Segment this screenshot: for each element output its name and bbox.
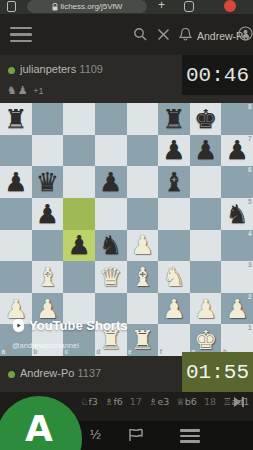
square-e8[interactable] (127, 103, 159, 135)
black-rook-f8[interactable]: ♜ (162, 106, 185, 132)
new-tab-icon[interactable]: + (158, 0, 165, 12)
white-queen-d3[interactable]: ♛ (99, 264, 122, 290)
move[interactable]: ♗e3 (149, 396, 169, 407)
move[interactable]: ♘f3 (80, 396, 98, 407)
file-label-e: e (128, 349, 132, 356)
black-pawn-a6[interactable]: ♟ (4, 169, 27, 195)
black-pawn-h7[interactable]: ♟ (226, 137, 249, 163)
white-bishop-b3[interactable]: ♝ (36, 264, 59, 290)
black-pawn-f7[interactable]: ♟ (162, 137, 185, 163)
black-queen-b6[interactable]: ♛ (36, 169, 59, 195)
square-a6[interactable]: ♟ (0, 166, 32, 198)
white-bishop-e3[interactable]: ♝ (131, 264, 154, 290)
square-f7[interactable]: ♟ (158, 135, 190, 167)
square-e5[interactable] (127, 198, 159, 230)
square-b4[interactable] (32, 230, 64, 262)
square-f8[interactable]: ♜ (158, 103, 190, 135)
move[interactable]: ♗f6 (105, 396, 123, 407)
square-f4[interactable] (158, 230, 190, 262)
rank-label-6: 6 (248, 167, 252, 174)
opponent-rating: 1109 (79, 63, 103, 75)
square-e2[interactable] (127, 293, 159, 325)
square-e1[interactable]: ♜e (127, 324, 159, 356)
square-e3[interactable]: ♝ (127, 261, 159, 293)
captured-pieces: ♞♟ (7, 84, 29, 97)
square-c7[interactable] (63, 135, 95, 167)
square-f6[interactable]: ♝ (158, 166, 190, 198)
opponent-info-bar: julianpeters 1109 ♞♟ +1 00:46 (0, 55, 253, 103)
menu-icon[interactable] (10, 27, 32, 42)
square-d8[interactable] (95, 103, 127, 135)
black-king-g8[interactable]: ♚ (194, 106, 217, 132)
white-pawn-e4[interactable]: ♟ (131, 232, 154, 258)
square-h5[interactable]: ♞5 (221, 198, 253, 230)
square-b6[interactable]: ♛ (32, 166, 64, 198)
square-f2[interactable]: ♟ (158, 293, 190, 325)
square-f5[interactable] (158, 198, 190, 230)
square-e6[interactable] (127, 166, 159, 198)
rank-label-4: 4 (248, 231, 252, 238)
move-list: ♘f3♗f617♗e3♕b618♖ad1c4 (80, 396, 253, 408)
resign-flag-icon[interactable] (128, 428, 144, 442)
white-knight-f3[interactable]: ♞ (162, 264, 185, 290)
square-e7[interactable] (127, 135, 159, 167)
square-g7[interactable]: ♟ (190, 135, 222, 167)
opponent-name[interactable]: julianpeters 1109 (20, 63, 103, 75)
black-bishop-f6[interactable]: ♝ (162, 169, 185, 195)
square-b7[interactable] (32, 135, 64, 167)
opponent-captured-tray: ♞♟ +1 (7, 84, 44, 97)
file-label-d: d (96, 349, 100, 356)
online-dot (8, 371, 15, 378)
square-g6[interactable] (190, 166, 222, 198)
user-avatar-icon[interactable] (238, 26, 253, 41)
lichess-header: Andrew-Po (0, 14, 253, 55)
square-g5[interactable] (190, 198, 222, 230)
square-f3[interactable]: ♞ (158, 261, 190, 293)
square-g4[interactable] (190, 230, 222, 262)
rank-label-1: 1 (248, 325, 252, 332)
bell-icon[interactable] (178, 27, 193, 42)
white-pawn-g2[interactable]: ♟ (194, 296, 217, 322)
game-menu-icon[interactable] (180, 429, 200, 443)
black-knight-h5[interactable]: ♞ (226, 201, 249, 227)
browser-profile-avatar[interactable] (224, 0, 236, 12)
square-d7[interactable] (95, 135, 127, 167)
crossed-swords-icon[interactable] (156, 27, 171, 42)
square-d3[interactable]: ♛ (95, 261, 127, 293)
player-clock-active: 01:55 (182, 352, 253, 392)
square-e4[interactable]: ♟ (127, 230, 159, 262)
shorts-logo-icon (12, 317, 25, 334)
lock-icon (52, 3, 58, 11)
square-d4[interactable]: ♞ (95, 230, 127, 262)
black-pawn-b5[interactable]: ♟ (36, 201, 59, 227)
square-a7[interactable] (0, 135, 32, 167)
black-knight-d4[interactable]: ♞ (99, 232, 122, 258)
browser-bar: lichess.org/j5VfW + (0, 0, 253, 14)
offer-draw-button[interactable]: ½ (90, 427, 101, 442)
square-a8[interactable]: ♜ (0, 103, 32, 135)
player-name[interactable]: Andrew-Po 1137 (20, 367, 101, 379)
square-h7[interactable]: ♟7 (221, 135, 253, 167)
black-pawn-d6[interactable]: ♟ (99, 169, 122, 195)
url-bar[interactable]: lichess.org/j5VfW (27, 0, 147, 13)
rank-label-8: 8 (248, 104, 252, 111)
search-icon[interactable] (133, 27, 148, 42)
black-rook-a8[interactable]: ♜ (4, 106, 27, 132)
skip-to-end-icon[interactable] (233, 397, 245, 407)
square-c3[interactable] (63, 261, 95, 293)
channel-handle: @andrewpochannel (12, 341, 79, 350)
square-b8[interactable] (32, 103, 64, 135)
square-h3[interactable]: 3 (221, 261, 253, 293)
move-number[interactable]: 17 (130, 396, 142, 407)
shorts-brand-text: YouTube Shorts (29, 318, 127, 333)
square-a4[interactable] (0, 230, 32, 262)
rank-label-5: 5 (248, 199, 252, 206)
browser-tab-icon[interactable] (7, 1, 16, 12)
rank-label-7: 7 (248, 136, 252, 143)
move-number[interactable]: 18 (204, 396, 216, 407)
opponent-clock: 00:46 (182, 55, 253, 95)
square-b3[interactable]: ♝ (32, 261, 64, 293)
square-h8[interactable]: 8 (221, 103, 253, 135)
material-advantage: +1 (33, 86, 43, 96)
square-a5[interactable] (0, 198, 32, 230)
online-dot (8, 67, 15, 74)
rank-label-3: 3 (248, 262, 252, 269)
square-g2[interactable]: ♟ (190, 293, 222, 325)
square-c5[interactable] (63, 198, 95, 230)
move[interactable]: ♕b6 (176, 396, 197, 407)
white-rook-e1[interactable]: ♜ (131, 327, 154, 353)
square-c4[interactable]: ♟ (63, 230, 95, 262)
white-pawn-h2[interactable]: ♟ (226, 296, 249, 322)
square-c8[interactable] (63, 103, 95, 135)
square-g8[interactable]: ♚ (190, 103, 222, 135)
square-d5[interactable] (95, 198, 127, 230)
file-label-f: f (160, 349, 162, 356)
square-g3[interactable] (190, 261, 222, 293)
player-info-bar: ♝ Andrew-Po 1137 01:55 (0, 356, 253, 392)
black-pawn-g7[interactable]: ♟ (194, 137, 217, 163)
youtube-shorts-watermark: YouTube Shorts (12, 317, 127, 334)
square-h4[interactable]: 4 (221, 230, 253, 262)
tab-count-icon[interactable] (184, 1, 194, 12)
square-a3[interactable] (0, 261, 32, 293)
player-rating: 1137 (77, 367, 101, 379)
lichess-game-screen: lichess.org/j5VfW + Andrew-Po jul (0, 0, 253, 450)
square-h6[interactable]: 6 (221, 166, 253, 198)
rank-label-2: 2 (248, 294, 252, 301)
white-pawn-f2[interactable]: ♟ (162, 296, 185, 322)
url-text: lichess.org/j5VfW (61, 2, 123, 11)
black-pawn-c4[interactable]: ♟ (67, 232, 90, 258)
square-d6[interactable]: ♟ (95, 166, 127, 198)
white-king-g1[interactable]: ♚ (194, 327, 217, 353)
square-c6[interactable] (63, 166, 95, 198)
square-b5[interactable]: ♟ (32, 198, 64, 230)
square-h2[interactable]: ♟2 (221, 293, 253, 325)
